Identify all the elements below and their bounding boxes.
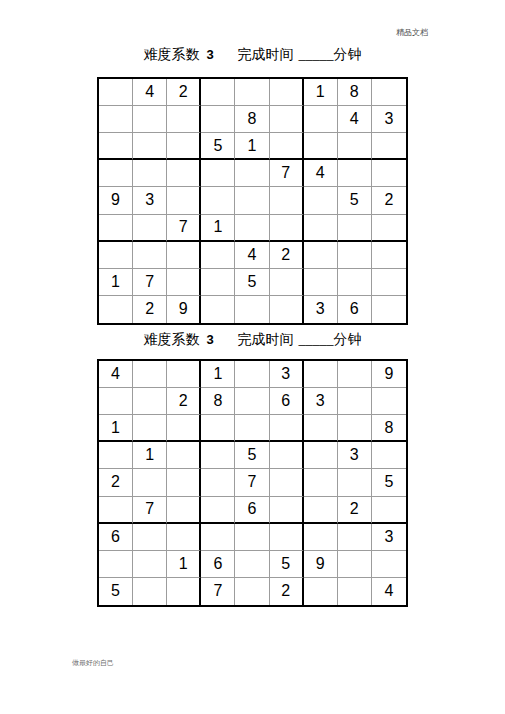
sudoku-cell-r3c1: 1	[99, 415, 133, 442]
sudoku-cell-r6c2: 7	[133, 497, 167, 524]
sudoku-cell-r4c1	[99, 160, 133, 187]
difficulty-value: 3	[206, 332, 213, 347]
sudoku-cell-r3c2	[133, 415, 167, 442]
sudoku-cell-r1c5	[235, 79, 269, 106]
sudoku-cell-r9c9: 4	[372, 578, 406, 605]
sudoku-cell-r9c4: 7	[201, 578, 235, 605]
sudoku-cell-r4c5: 5	[235, 442, 269, 469]
sudoku-cell-r3c4	[201, 415, 235, 442]
sudoku-cell-r3c4: 5	[201, 133, 235, 160]
sudoku-cell-r5c9: 5	[372, 469, 406, 496]
sudoku-cell-r1c9	[372, 79, 406, 106]
sudoku-cell-r5c3	[167, 187, 201, 214]
sudoku-cell-r9c3: 9	[167, 296, 201, 323]
sudoku-cell-r8c5	[235, 551, 269, 578]
sudoku-cell-r3c3	[167, 133, 201, 160]
sudoku-cell-r1c4	[201, 79, 235, 106]
sudoku-cell-r3c8	[338, 133, 372, 160]
sudoku-cell-r3c8	[338, 415, 372, 442]
sudoku-cell-r9c2	[133, 578, 167, 605]
sudoku-cell-r6c3: 7	[167, 215, 201, 242]
sudoku-cell-r2c6	[270, 106, 304, 133]
sudoku-cell-r6c1	[99, 497, 133, 524]
sudoku-cell-r8c5: 5	[235, 269, 269, 296]
sudoku-cell-r7c9: 3	[372, 524, 406, 551]
sudoku-cell-r7c3	[167, 242, 201, 269]
difficulty-value: 3	[206, 47, 213, 62]
sudoku-cell-r4c2	[133, 160, 167, 187]
sudoku-cell-r3c3	[167, 415, 201, 442]
sudoku-cell-r9c9	[372, 296, 406, 323]
sudoku-cell-r8c2: 7	[133, 269, 167, 296]
sudoku-cell-r2c1	[99, 388, 133, 415]
sudoku-cell-r6c6	[270, 215, 304, 242]
sudoku-cell-r5c7	[304, 187, 338, 214]
sudoku-cell-r7c3	[167, 524, 201, 551]
puzzle-1-header: 难度系数3完成时间_____分钟	[97, 46, 408, 64]
sudoku-cell-r2c2	[133, 388, 167, 415]
sudoku-cell-r2c9	[372, 388, 406, 415]
sudoku-cell-r3c6	[270, 133, 304, 160]
sudoku-cell-r5c6	[270, 187, 304, 214]
sudoku-cell-r8c8	[338, 551, 372, 578]
sudoku-cell-r9c6	[270, 296, 304, 323]
sudoku-cell-r6c7	[304, 497, 338, 524]
sudoku-cell-r2c1	[99, 106, 133, 133]
sudoku-cell-r8c9	[372, 269, 406, 296]
sudoku-cell-r8c1: 1	[99, 269, 133, 296]
sudoku-cell-r7c6	[270, 524, 304, 551]
sudoku-cell-r1c1	[99, 79, 133, 106]
sudoku-cell-r2c2	[133, 106, 167, 133]
sudoku-cell-r8c6: 5	[270, 551, 304, 578]
sudoku-cell-r1c8: 8	[338, 79, 372, 106]
sudoku-cell-r4c7: 4	[304, 160, 338, 187]
sudoku-cell-r9c1: 5	[99, 578, 133, 605]
sudoku-cell-r4c6	[270, 442, 304, 469]
sudoku-cell-r6c5	[235, 215, 269, 242]
sudoku-cell-r1c6	[270, 79, 304, 106]
sudoku-cell-r1c3: 2	[167, 79, 201, 106]
sudoku-cell-r7c7	[304, 242, 338, 269]
sudoku-cell-r9c8: 6	[338, 296, 372, 323]
sudoku-cell-r8c4	[201, 269, 235, 296]
sudoku-cell-r3c7	[304, 133, 338, 160]
sudoku-cell-r3c9	[372, 133, 406, 160]
sudoku-cell-r7c5: 4	[235, 242, 269, 269]
sudoku-cell-r2c4	[201, 106, 235, 133]
sudoku-cell-r7c2	[133, 524, 167, 551]
sudoku-cell-r2c7	[304, 106, 338, 133]
sudoku-cell-r5c1: 9	[99, 187, 133, 214]
sudoku-cell-r9c5	[235, 578, 269, 605]
sudoku-cell-r3c5: 1	[235, 133, 269, 160]
sudoku-cell-r6c2	[133, 215, 167, 242]
sudoku-cell-r5c5	[235, 187, 269, 214]
sudoku-cell-r1c6: 3	[270, 361, 304, 388]
sudoku-cell-r5c4	[201, 187, 235, 214]
time-label: 完成时间	[238, 47, 294, 62]
sudoku-cell-r4c8	[338, 160, 372, 187]
sudoku-cell-r8c7: 9	[304, 551, 338, 578]
footer-text: 做最好的自己	[72, 658, 114, 668]
time-blank-line: _____	[299, 332, 334, 347]
sudoku-cell-r6c7	[304, 215, 338, 242]
sudoku-cell-r2c7: 3	[304, 388, 338, 415]
sudoku-cell-r8c4: 6	[201, 551, 235, 578]
sudoku-cell-r1c7: 1	[304, 79, 338, 106]
sudoku-cell-r2c8: 4	[338, 106, 372, 133]
sudoku-cell-r4c3	[167, 160, 201, 187]
sudoku-cell-r9c8	[338, 578, 372, 605]
sudoku-cell-r2c8	[338, 388, 372, 415]
sudoku-cell-r7c7	[304, 524, 338, 551]
sudoku-cell-r6c8	[338, 215, 372, 242]
time-blank-line: _____	[299, 47, 334, 62]
sudoku-cell-r7c1: 6	[99, 524, 133, 551]
sudoku-cell-r2c4: 8	[201, 388, 235, 415]
time-label: 完成时间	[238, 332, 294, 347]
sudoku-cell-r1c4: 1	[201, 361, 235, 388]
sudoku-cell-r6c8: 2	[338, 497, 372, 524]
sudoku-cell-r5c6	[270, 469, 304, 496]
sudoku-cell-r5c7	[304, 469, 338, 496]
sudoku-cell-r4c2: 1	[133, 442, 167, 469]
sudoku-cell-r6c9	[372, 215, 406, 242]
sudoku-cell-r5c2	[133, 469, 167, 496]
sudoku-cell-r9c1	[99, 296, 133, 323]
sudoku-cell-r5c9: 2	[372, 187, 406, 214]
sudoku-cell-r9c7	[304, 578, 338, 605]
sudoku-cell-r1c1: 4	[99, 361, 133, 388]
sudoku-cell-r5c4	[201, 469, 235, 496]
sudoku-cell-r8c2	[133, 551, 167, 578]
sudoku-cell-r5c3	[167, 469, 201, 496]
sudoku-cell-r3c6	[270, 415, 304, 442]
sudoku-cell-r2c6: 6	[270, 388, 304, 415]
sudoku-cell-r3c2	[133, 133, 167, 160]
sudoku-cell-r6c1	[99, 215, 133, 242]
sudoku-cell-r7c2	[133, 242, 167, 269]
sudoku-cell-r4c5	[235, 160, 269, 187]
sudoku-cell-r5c2: 3	[133, 187, 167, 214]
sudoku-cell-r5c8: 5	[338, 187, 372, 214]
difficulty-label: 难度系数	[143, 47, 199, 62]
sudoku-cell-r3c9: 8	[372, 415, 406, 442]
sudoku-cell-r2c3: 2	[167, 388, 201, 415]
sudoku-cell-r9c2: 2	[133, 296, 167, 323]
sudoku-cell-r7c9	[372, 242, 406, 269]
sudoku-board-1: 42188435174935271421752936	[97, 77, 408, 325]
minutes-label: 分钟	[334, 332, 362, 347]
sudoku-cell-r1c5	[235, 361, 269, 388]
sudoku-cell-r4c4	[201, 160, 235, 187]
sudoku-cell-r7c4	[201, 242, 235, 269]
sudoku-cell-r7c8	[338, 242, 372, 269]
sudoku-cell-r8c3: 1	[167, 551, 201, 578]
sudoku-cell-r2c3	[167, 106, 201, 133]
sudoku-cell-r8c7	[304, 269, 338, 296]
sudoku-cell-r9c5	[235, 296, 269, 323]
sudoku-cell-r3c5	[235, 415, 269, 442]
sudoku-cell-r4c9	[372, 442, 406, 469]
sudoku-cell-r5c5: 7	[235, 469, 269, 496]
watermark-text: 精品文档	[396, 27, 428, 38]
sudoku-cell-r9c7: 3	[304, 296, 338, 323]
sudoku-cell-r7c4	[201, 524, 235, 551]
sudoku-cell-r6c3	[167, 497, 201, 524]
sudoku-cell-r6c9	[372, 497, 406, 524]
sudoku-cell-r4c3	[167, 442, 201, 469]
sudoku-cell-r3c1	[99, 133, 133, 160]
sudoku-cell-r1c8	[338, 361, 372, 388]
sudoku-cell-r8c9	[372, 551, 406, 578]
sudoku-cell-r1c3	[167, 361, 201, 388]
sudoku-cell-r6c4: 1	[201, 215, 235, 242]
sudoku-cell-r7c8	[338, 524, 372, 551]
puzzle-2-header: 难度系数3完成时间_____分钟	[97, 331, 408, 349]
difficulty-label: 难度系数	[143, 332, 199, 347]
sudoku-cell-r8c8	[338, 269, 372, 296]
sudoku-cell-r4c9	[372, 160, 406, 187]
sudoku-cell-r2c9: 3	[372, 106, 406, 133]
sudoku-cell-r4c4	[201, 442, 235, 469]
sudoku-cell-r6c5: 6	[235, 497, 269, 524]
minutes-label: 分钟	[334, 47, 362, 62]
sudoku-cell-r7c5	[235, 524, 269, 551]
sudoku-cell-r9c6: 2	[270, 578, 304, 605]
sudoku-cell-r7c1	[99, 242, 133, 269]
sudoku-board-2: 41392863181532757626316595724	[97, 359, 408, 607]
sudoku-cell-r1c2	[133, 361, 167, 388]
sudoku-cell-r8c3	[167, 269, 201, 296]
sudoku-cell-r1c2: 4	[133, 79, 167, 106]
sudoku-cell-r6c4	[201, 497, 235, 524]
sudoku-cell-r2c5	[235, 388, 269, 415]
sudoku-cell-r9c4	[201, 296, 235, 323]
sudoku-cell-r5c8	[338, 469, 372, 496]
sudoku-cell-r4c7	[304, 442, 338, 469]
sudoku-cell-r8c6	[270, 269, 304, 296]
sudoku-cell-r2c5: 8	[235, 106, 269, 133]
sudoku-cell-r4c8: 3	[338, 442, 372, 469]
sudoku-cell-r1c9: 9	[372, 361, 406, 388]
sudoku-cell-r1c7	[304, 361, 338, 388]
sudoku-cell-r4c1	[99, 442, 133, 469]
sudoku-cell-r8c1	[99, 551, 133, 578]
sudoku-cell-r4c6: 7	[270, 160, 304, 187]
sudoku-cell-r5c1: 2	[99, 469, 133, 496]
sudoku-cell-r3c7	[304, 415, 338, 442]
sudoku-cell-r7c6: 2	[270, 242, 304, 269]
sudoku-cell-r9c3	[167, 578, 201, 605]
sudoku-cell-r6c6	[270, 497, 304, 524]
